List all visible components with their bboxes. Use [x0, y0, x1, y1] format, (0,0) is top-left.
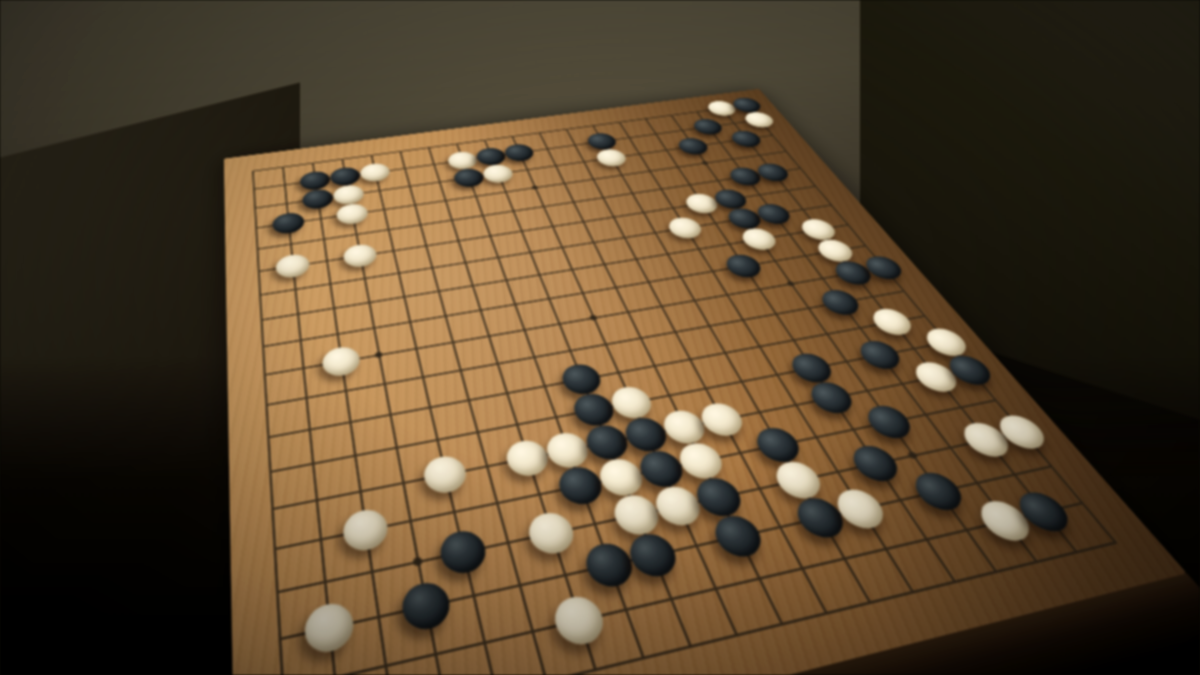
black-stone[interactable]: ●	[437, 527, 490, 577]
white-stone[interactable]: ○	[503, 437, 553, 479]
black-stone[interactable]: ●	[452, 167, 487, 188]
black-stone[interactable]: ●	[805, 379, 860, 416]
star-point	[907, 451, 919, 459]
white-stone[interactable]: ○	[304, 599, 357, 656]
black-stone[interactable]: ●	[728, 129, 766, 148]
star-point	[701, 161, 709, 165]
white-stone[interactable]: ○	[867, 306, 919, 337]
white-stone[interactable]: ○	[342, 506, 391, 554]
white-stone[interactable]: ○	[770, 458, 829, 502]
white-stone[interactable]: ○	[481, 163, 516, 184]
white-stone[interactable]: ○	[321, 344, 362, 378]
white-stone[interactable]: ○	[525, 509, 580, 557]
black-stone[interactable]: ●	[624, 530, 683, 580]
black-stone[interactable]: ●	[709, 512, 769, 561]
white-stone[interactable]: ○	[594, 147, 630, 167]
black-stone[interactable]: ●	[722, 252, 767, 279]
black-stone[interactable]: ●	[846, 442, 906, 484]
go-board: ○●●●○○●●●●○●○●○○●●●○●●○○○●○●●○○●○○●●●●○●…	[224, 88, 1187, 675]
star-point	[375, 351, 383, 358]
board-grid[interactable]: ○●●●○○●●●●○●○●○○●●●○●●○○○●○●●○○●○○●●●●○●…	[237, 96, 1152, 675]
white-stone[interactable]: ○	[359, 162, 392, 183]
black-stone[interactable]: ●	[751, 424, 807, 465]
white-stone[interactable]: ○	[665, 215, 707, 240]
white-stone[interactable]: ○	[738, 226, 782, 251]
white-stone[interactable]: ○	[275, 252, 310, 279]
black-stone[interactable]: ●	[816, 287, 865, 317]
black-stone[interactable]: ●	[302, 188, 335, 211]
white-stone[interactable]: ○	[920, 326, 974, 358]
white-stone[interactable]: ○	[550, 592, 610, 648]
black-stone[interactable]: ●	[502, 142, 537, 162]
photograph: ○●●●○○●●●●○●○●○○●●●○●●○○○●○●●○○●○○●●●●○●…	[0, 0, 1200, 675]
white-stone[interactable]: ○	[674, 440, 729, 482]
black-stone[interactable]: ●	[272, 211, 305, 235]
black-stone[interactable]: ●	[675, 136, 712, 156]
black-stone[interactable]: ●	[861, 402, 919, 441]
white-stone[interactable]: ○	[342, 242, 378, 268]
white-stone[interactable]: ○	[336, 202, 370, 226]
white-stone[interactable]: ○	[741, 111, 778, 129]
white-stone[interactable]: ○	[421, 453, 470, 496]
star-point	[413, 556, 423, 566]
star-point	[786, 280, 795, 286]
star-point	[589, 314, 598, 320]
black-stone[interactable]: ●	[690, 117, 727, 135]
black-stone[interactable]: ●	[399, 578, 454, 633]
black-stone[interactable]: ●	[786, 351, 838, 385]
scene: ○●●●○○●●●●○●○●○○●●●○●●○○○●○●●○○●○○●●●●○●…	[0, 0, 1200, 675]
black-stone[interactable]: ●	[908, 469, 971, 514]
black-stone[interactable]: ●	[854, 338, 907, 371]
star-point	[532, 185, 539, 189]
